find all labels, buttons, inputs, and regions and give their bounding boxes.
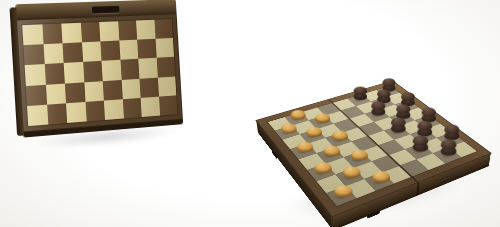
box-square: [84, 81, 104, 102]
checker-light: [332, 131, 348, 141]
box-square: [62, 43, 82, 64]
checker-dark-tier: [444, 125, 459, 134]
box-square: [155, 38, 174, 58]
checker-dark-tier: [396, 105, 410, 114]
box-square: [83, 61, 103, 82]
box-square: [119, 40, 138, 60]
checker-dark: [441, 140, 457, 157]
box-square: [66, 102, 86, 123]
box-square: [100, 41, 120, 61]
box-square: [137, 39, 156, 59]
box-square: [45, 83, 66, 104]
box-square: [120, 59, 139, 79]
box-square: [27, 105, 48, 127]
checker-dark-tier: [441, 140, 457, 150]
box-square: [103, 80, 123, 101]
box-square: [44, 63, 65, 84]
closed-board-box: [13, 4, 195, 142]
box-square: [61, 23, 81, 44]
checker-dark-tier: [391, 118, 406, 127]
box-square: [154, 19, 173, 39]
checker-dark: [444, 125, 459, 141]
product-photo-stage: [0, 0, 500, 227]
checker-light: [372, 172, 390, 183]
checker-dark-tier: [413, 136, 429, 145]
box-square: [80, 22, 100, 42]
box-square: [26, 84, 47, 105]
checker-light: [280, 124, 296, 134]
board-foot: [367, 210, 380, 219]
box-square: [99, 21, 119, 41]
checker-light: [323, 146, 340, 157]
box-square: [85, 100, 105, 121]
checker-light: [296, 142, 313, 152]
checker-dark-tier: [383, 78, 396, 86]
checker-light: [350, 150, 367, 161]
box-handle-slot: [92, 6, 120, 14]
box-square: [47, 103, 68, 124]
box-square: [43, 43, 64, 64]
box-square: [139, 77, 158, 97]
box-square: [157, 76, 176, 96]
box-front-face: [16, 13, 183, 132]
box-square: [64, 62, 84, 83]
open-board-top: [255, 80, 492, 217]
box-square: [104, 99, 124, 120]
checker-light: [306, 127, 322, 137]
checker-dark-tier: [401, 92, 415, 100]
checker-dark-tier: [422, 108, 436, 117]
rail-fold-seam: [417, 181, 420, 196]
checker-dark-tier: [354, 87, 368, 95]
checker-dark-tier: [417, 121, 432, 130]
box-square: [82, 42, 102, 63]
board-clasp: [271, 149, 277, 160]
checker-light: [290, 110, 305, 120]
box-square: [138, 58, 157, 78]
box-square: [102, 60, 122, 81]
closed-box-checker-grid: [22, 19, 177, 126]
box-square: [156, 57, 175, 77]
checker-dark: [354, 87, 368, 101]
box-square: [121, 78, 140, 99]
box-square: [22, 24, 43, 45]
box-square: [136, 20, 155, 40]
box-square: [159, 95, 178, 115]
checker-dark: [413, 136, 429, 153]
closed-box-body: [9, 0, 183, 143]
checker-dark-tier: [371, 101, 385, 110]
checker-light: [314, 163, 332, 174]
open-board: [238, 8, 500, 227]
box-square: [65, 82, 85, 103]
checker-dark: [391, 118, 406, 134]
checker-light: [333, 186, 352, 198]
box-square: [118, 21, 137, 41]
box-square: [23, 44, 44, 65]
checkers-board-grid: [268, 86, 477, 206]
box-square: [122, 98, 141, 119]
box-square: [25, 64, 46, 85]
box-square: [42, 24, 63, 45]
checker-dark: [371, 101, 385, 116]
checker-light: [342, 167, 360, 178]
checker-dark-tier: [377, 89, 391, 97]
checker-light: [315, 114, 330, 124]
box-square: [141, 96, 160, 117]
